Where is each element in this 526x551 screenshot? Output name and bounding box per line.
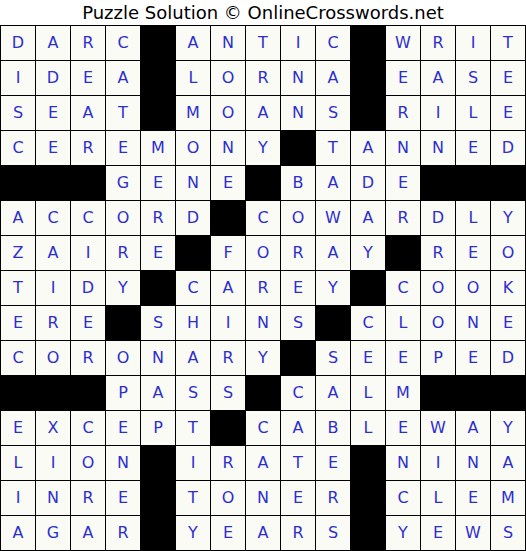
- letter-cell: E: [386, 341, 420, 375]
- letter-cell: R: [421, 236, 455, 270]
- letter-cell: A: [246, 96, 280, 130]
- block-cell: [246, 376, 280, 410]
- letter-cell: T: [316, 131, 350, 165]
- block-cell: [351, 481, 385, 515]
- letter-cell: A: [141, 376, 175, 410]
- letter-cell: A: [1, 516, 35, 550]
- letter-cell: N: [36, 481, 70, 515]
- letter-cell: O: [281, 201, 315, 235]
- letter-cell: C: [351, 306, 385, 340]
- letter-cell: R: [106, 516, 140, 550]
- letter-cell: O: [211, 96, 245, 130]
- block-cell: [71, 166, 105, 200]
- page-title: Puzzle Solution © OnlineCrosswords.net: [82, 0, 444, 25]
- letter-cell: E: [281, 481, 315, 515]
- letter-cell: R: [211, 446, 245, 480]
- letter-cell: O: [106, 201, 140, 235]
- letter-cell: G: [36, 516, 70, 550]
- block-cell: [36, 376, 70, 410]
- letter-cell: A: [106, 61, 140, 95]
- block-cell: [106, 306, 140, 340]
- letter-cell: L: [351, 411, 385, 445]
- letter-cell: X: [36, 411, 70, 445]
- letter-cell: C: [1, 131, 35, 165]
- letter-cell: I: [1, 61, 35, 95]
- letter-cell: I: [456, 26, 490, 60]
- letter-cell: I: [176, 446, 210, 480]
- letter-cell: T: [1, 271, 35, 305]
- block-cell: [491, 166, 525, 200]
- letter-cell: R: [106, 236, 140, 270]
- letter-cell: R: [71, 131, 105, 165]
- block-cell: [1, 376, 35, 410]
- letter-cell: A: [456, 411, 490, 445]
- letter-cell: S: [491, 516, 525, 550]
- letter-cell: A: [316, 166, 350, 200]
- letter-cell: Y: [246, 341, 280, 375]
- letter-cell: N: [246, 481, 280, 515]
- letter-cell: E: [1, 411, 35, 445]
- letter-cell: L: [351, 376, 385, 410]
- letter-cell: E: [211, 516, 245, 550]
- letter-cell: S: [211, 376, 245, 410]
- letter-cell: C: [246, 411, 280, 445]
- block-cell: [386, 236, 420, 270]
- letter-cell: D: [176, 201, 210, 235]
- letter-cell: A: [36, 236, 70, 270]
- letter-cell: E: [71, 61, 105, 95]
- letter-cell: E: [106, 481, 140, 515]
- letter-cell: E: [456, 481, 490, 515]
- letter-cell: C: [246, 201, 280, 235]
- letter-cell: I: [1, 481, 35, 515]
- letter-cell: N: [141, 341, 175, 375]
- letter-cell: N: [281, 61, 315, 95]
- letter-cell: E: [106, 131, 140, 165]
- letter-cell: D: [421, 201, 455, 235]
- letter-cell: E: [386, 166, 420, 200]
- block-cell: [351, 26, 385, 60]
- block-cell: [211, 201, 245, 235]
- letter-cell: A: [491, 446, 525, 480]
- block-cell: [141, 481, 175, 515]
- letter-cell: I: [36, 446, 70, 480]
- letter-cell: E: [491, 306, 525, 340]
- letter-cell: S: [316, 516, 350, 550]
- letter-cell: R: [386, 96, 420, 130]
- letter-cell: W: [456, 516, 490, 550]
- letter-cell: A: [71, 516, 105, 550]
- letter-cell: Y: [351, 236, 385, 270]
- letter-cell: W: [386, 26, 420, 60]
- letter-cell: S: [281, 306, 315, 340]
- letter-cell: C: [106, 26, 140, 60]
- letter-cell: W: [421, 411, 455, 445]
- letter-cell: D: [71, 271, 105, 305]
- block-cell: [351, 96, 385, 130]
- letter-cell: N: [421, 131, 455, 165]
- letter-cell: Y: [491, 201, 525, 235]
- letter-cell: N: [281, 96, 315, 130]
- block-cell: [141, 516, 175, 550]
- letter-cell: Y: [491, 411, 525, 445]
- letter-cell: B: [281, 166, 315, 200]
- letter-cell: O: [421, 306, 455, 340]
- letter-cell: T: [246, 26, 280, 60]
- letter-cell: R: [246, 61, 280, 95]
- letter-cell: R: [316, 481, 350, 515]
- letter-cell: L: [456, 201, 490, 235]
- letter-cell: A: [71, 96, 105, 130]
- letter-cell: E: [386, 61, 420, 95]
- letter-cell: S: [316, 96, 350, 130]
- letter-cell: T: [176, 411, 210, 445]
- letter-cell: M: [141, 131, 175, 165]
- block-cell: [141, 271, 175, 305]
- block-cell: [246, 166, 280, 200]
- letter-cell: C: [281, 376, 315, 410]
- letter-cell: E: [211, 166, 245, 200]
- letter-cell: T: [281, 446, 315, 480]
- letter-cell: Y: [316, 271, 350, 305]
- block-cell: [456, 166, 490, 200]
- letter-cell: Z: [1, 236, 35, 270]
- block-cell: [456, 376, 490, 410]
- letter-cell: C: [1, 341, 35, 375]
- block-cell: [281, 341, 315, 375]
- letter-cell: N: [386, 131, 420, 165]
- letter-cell: C: [71, 201, 105, 235]
- block-cell: [211, 411, 245, 445]
- letter-cell: D: [36, 61, 70, 95]
- letter-cell: N: [211, 26, 245, 60]
- letter-cell: N: [106, 446, 140, 480]
- block-cell: [36, 166, 70, 200]
- letter-cell: E: [106, 411, 140, 445]
- block-cell: [351, 446, 385, 480]
- letter-cell: I: [421, 446, 455, 480]
- letter-cell: D: [1, 26, 35, 60]
- letter-cell: N: [176, 166, 210, 200]
- letter-cell: L: [421, 481, 455, 515]
- letter-cell: E: [456, 341, 490, 375]
- letter-cell: E: [141, 236, 175, 270]
- letter-cell: Y: [106, 271, 140, 305]
- letter-cell: H: [176, 306, 210, 340]
- letter-cell: D: [491, 131, 525, 165]
- letter-cell: F: [211, 236, 245, 270]
- letter-cell: M: [176, 96, 210, 130]
- letter-cell: O: [421, 271, 455, 305]
- letter-cell: R: [71, 481, 105, 515]
- letter-cell: E: [141, 166, 175, 200]
- block-cell: [351, 516, 385, 550]
- letter-cell: A: [281, 411, 315, 445]
- letter-cell: I: [36, 271, 70, 305]
- letter-cell: I: [211, 306, 245, 340]
- letter-cell: C: [316, 26, 350, 60]
- letter-cell: O: [211, 481, 245, 515]
- letter-cell: O: [106, 341, 140, 375]
- letter-cell: R: [246, 271, 280, 305]
- block-cell: [421, 376, 455, 410]
- letter-cell: I: [71, 236, 105, 270]
- letter-cell: O: [211, 61, 245, 95]
- letter-cell: R: [36, 306, 70, 340]
- letter-cell: O: [456, 271, 490, 305]
- letter-cell: R: [71, 341, 105, 375]
- letter-cell: D: [351, 166, 385, 200]
- letter-cell: A: [316, 61, 350, 95]
- letter-cell: G: [106, 166, 140, 200]
- title-bar: Puzzle Solution © OnlineCrosswords.net: [0, 0, 526, 25]
- letter-cell: E: [36, 96, 70, 130]
- letter-cell: R: [281, 236, 315, 270]
- block-cell: [1, 166, 35, 200]
- letter-cell: E: [456, 131, 490, 165]
- letter-cell: A: [351, 201, 385, 235]
- block-cell: [281, 131, 315, 165]
- letter-cell: R: [71, 26, 105, 60]
- block-cell: [351, 271, 385, 305]
- letter-cell: A: [351, 131, 385, 165]
- block-cell: [141, 26, 175, 60]
- letter-cell: E: [491, 61, 525, 95]
- letter-cell: N: [246, 306, 280, 340]
- block-cell: [141, 96, 175, 130]
- letter-cell: A: [36, 26, 70, 60]
- letter-cell: O: [246, 236, 280, 270]
- letter-cell: C: [176, 271, 210, 305]
- letter-cell: A: [316, 236, 350, 270]
- letter-cell: O: [176, 131, 210, 165]
- letter-cell: A: [176, 341, 210, 375]
- letter-cell: O: [36, 341, 70, 375]
- letter-cell: A: [246, 446, 280, 480]
- letter-cell: R: [141, 201, 175, 235]
- letter-cell: P: [141, 411, 175, 445]
- letter-cell: Y: [386, 516, 420, 550]
- letter-cell: R: [421, 26, 455, 60]
- letter-cell: E: [421, 516, 455, 550]
- block-cell: [491, 376, 525, 410]
- letter-cell: A: [421, 61, 455, 95]
- letter-cell: N: [386, 446, 420, 480]
- letter-cell: L: [1, 446, 35, 480]
- letter-cell: E: [316, 446, 350, 480]
- letter-cell: A: [1, 201, 35, 235]
- letter-cell: O: [71, 446, 105, 480]
- letter-cell: S: [141, 306, 175, 340]
- puzzle-solution-page: Puzzle Solution © OnlineCrosswords.net D…: [0, 0, 526, 551]
- letter-cell: R: [386, 201, 420, 235]
- letter-cell: O: [491, 236, 525, 270]
- letter-cell: E: [351, 341, 385, 375]
- letter-cell: R: [281, 516, 315, 550]
- block-cell: [141, 61, 175, 95]
- letter-cell: L: [386, 306, 420, 340]
- letter-cell: R: [211, 341, 245, 375]
- letter-cell: M: [491, 481, 525, 515]
- letter-cell: A: [246, 516, 280, 550]
- block-cell: [71, 376, 105, 410]
- letter-cell: E: [386, 411, 420, 445]
- letter-cell: T: [491, 26, 525, 60]
- letter-cell: A: [316, 376, 350, 410]
- letter-cell: M: [386, 376, 420, 410]
- letter-cell: E: [1, 306, 35, 340]
- letter-cell: S: [176, 376, 210, 410]
- letter-cell: E: [281, 271, 315, 305]
- letter-cell: Y: [246, 131, 280, 165]
- letter-cell: A: [176, 26, 210, 60]
- letter-cell: C: [386, 271, 420, 305]
- letter-cell: C: [386, 481, 420, 515]
- letter-cell: W: [316, 201, 350, 235]
- letter-cell: B: [316, 411, 350, 445]
- letter-cell: E: [491, 96, 525, 130]
- block-cell: [421, 166, 455, 200]
- letter-cell: Y: [176, 516, 210, 550]
- letter-cell: N: [456, 306, 490, 340]
- letter-cell: N: [211, 131, 245, 165]
- letter-cell: E: [71, 306, 105, 340]
- letter-cell: P: [106, 376, 140, 410]
- letter-cell: S: [456, 61, 490, 95]
- letter-cell: E: [456, 236, 490, 270]
- letter-cell: L: [456, 96, 490, 130]
- letter-cell: K: [491, 271, 525, 305]
- letter-cell: P: [421, 341, 455, 375]
- letter-cell: T: [176, 481, 210, 515]
- letter-cell: A: [211, 271, 245, 305]
- letter-cell: I: [281, 26, 315, 60]
- letter-cell: D: [491, 341, 525, 375]
- block-cell: [176, 236, 210, 270]
- crossword-grid: DARCANTICWRITIDEALORNAEASESEATMOANSRILEC…: [0, 25, 526, 551]
- letter-cell: C: [36, 201, 70, 235]
- letter-cell: S: [316, 341, 350, 375]
- letter-cell: C: [71, 411, 105, 445]
- block-cell: [351, 61, 385, 95]
- block-cell: [316, 306, 350, 340]
- letter-cell: E: [36, 131, 70, 165]
- block-cell: [141, 446, 175, 480]
- letter-cell: S: [1, 96, 35, 130]
- letter-cell: L: [176, 61, 210, 95]
- letter-cell: I: [421, 96, 455, 130]
- letter-cell: N: [456, 446, 490, 480]
- letter-cell: T: [106, 96, 140, 130]
